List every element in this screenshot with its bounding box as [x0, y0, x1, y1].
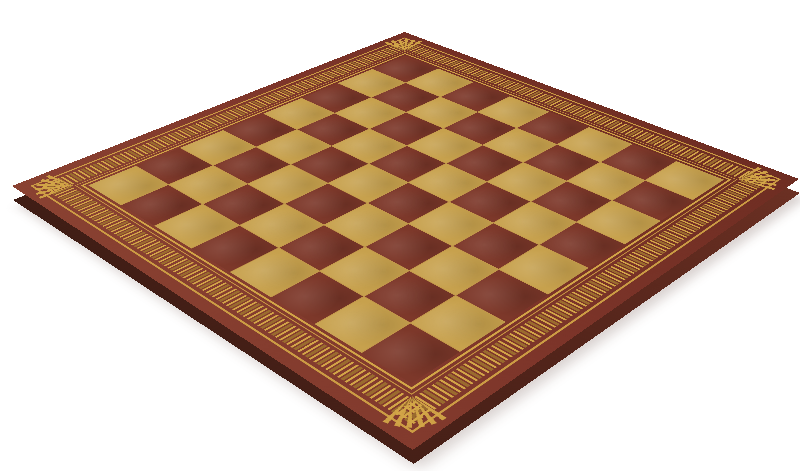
playing-field: [88, 56, 724, 384]
product-photo-scene: [0, 0, 800, 471]
chess-board: [12, 32, 799, 450]
